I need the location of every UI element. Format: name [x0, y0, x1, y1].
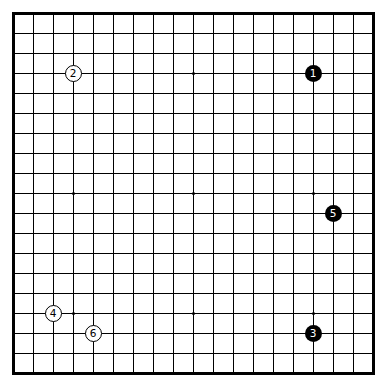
hoshi-dot: [192, 192, 195, 195]
stone-white-move-2[interactable]: 2: [65, 65, 82, 82]
go-board-diagram: 123456: [0, 0, 390, 390]
hoshi-dot: [192, 72, 195, 75]
stone-black-move-5[interactable]: 5: [325, 205, 342, 222]
stone-white-move-6[interactable]: 6: [85, 325, 102, 342]
stone-move-number: 3: [310, 328, 317, 339]
stone-move-number: 4: [50, 308, 57, 319]
stone-move-number: 2: [70, 68, 77, 79]
hoshi-dot: [312, 192, 315, 195]
stone-move-number: 6: [90, 328, 97, 339]
hoshi-dot: [72, 192, 75, 195]
stone-move-number: 5: [330, 208, 337, 219]
hoshi-dot: [192, 312, 195, 315]
stone-white-move-4[interactable]: 4: [45, 305, 62, 322]
stone-move-number: 1: [310, 68, 317, 79]
hoshi-dot: [312, 312, 315, 315]
hoshi-dot: [72, 312, 75, 315]
stone-black-move-3[interactable]: 3: [305, 325, 322, 342]
stone-black-move-1[interactable]: 1: [305, 65, 322, 82]
